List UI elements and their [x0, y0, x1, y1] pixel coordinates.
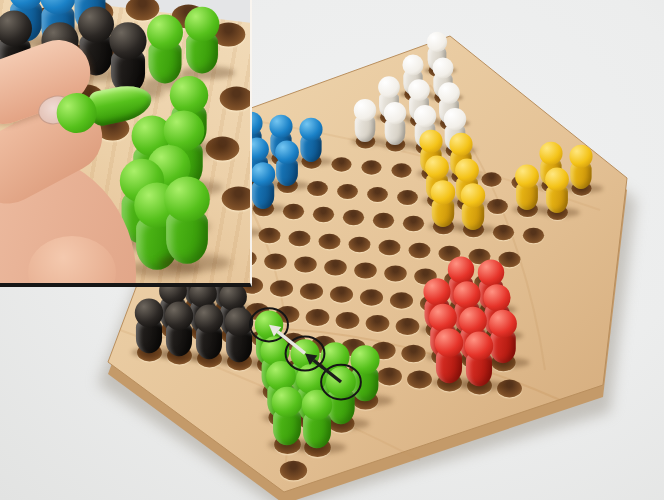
peg-head [185, 7, 220, 42]
peg-head [269, 115, 292, 138]
peg-head [170, 76, 208, 114]
peg-head [429, 303, 457, 331]
peg-head [435, 329, 463, 357]
peg-head [569, 145, 592, 168]
peg-head [461, 183, 485, 207]
peg-green[interactable] [298, 389, 336, 450]
peg-head [515, 164, 539, 188]
peg-yellow[interactable] [512, 164, 542, 212]
peg-head [147, 14, 183, 50]
product-photo [0, 0, 664, 500]
peg-head [378, 76, 400, 98]
peg-head [195, 305, 223, 333]
peg-head [425, 155, 449, 179]
peg-white[interactable] [351, 98, 379, 143]
peg-head [408, 79, 430, 101]
peg-white[interactable] [381, 101, 409, 146]
peg-head [449, 133, 472, 156]
peg-head [539, 142, 562, 165]
peg-head [384, 101, 406, 123]
peg-head [165, 302, 193, 330]
held-peg-body [85, 81, 155, 129]
peg-head [299, 118, 322, 141]
peg-head [432, 57, 453, 78]
peg-head [419, 130, 442, 153]
peg-head [255, 311, 283, 339]
peg-head [302, 389, 332, 419]
peg-green[interactable] [180, 7, 224, 77]
peg-head [251, 162, 275, 186]
peg-head [444, 107, 466, 129]
peg-head [438, 82, 460, 104]
peg-head [465, 332, 493, 360]
inset-closeup-photo [0, 0, 252, 287]
peg-head [402, 54, 423, 75]
peg-head [275, 140, 299, 164]
peg-head [414, 104, 436, 126]
peg-head [431, 180, 455, 204]
peg-head [164, 176, 210, 222]
peg-head [423, 278, 450, 305]
peg-yellow[interactable] [542, 167, 572, 215]
peg-head [135, 299, 163, 327]
peg-head [354, 98, 376, 120]
peg-yellow[interactable] [458, 183, 489, 232]
peg-head [545, 167, 569, 191]
peg-green[interactable] [159, 176, 216, 267]
peg-head [427, 32, 447, 52]
peg-red[interactable] [461, 332, 497, 389]
peg-head [455, 158, 479, 182]
peg-yellow[interactable] [428, 180, 459, 229]
peg-head [225, 308, 253, 336]
peg-head [109, 22, 146, 59]
